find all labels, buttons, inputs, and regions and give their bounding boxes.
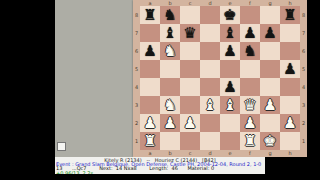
white-king-g1[interactable]: ♚ [260, 132, 280, 150]
rank-label-6: 6 [133, 42, 140, 60]
square-c4[interactable] [180, 78, 200, 96]
square-b8[interactable]: ♞ [160, 6, 180, 24]
rank-label-2: 2 [300, 114, 307, 132]
square-c8[interactable] [180, 6, 200, 24]
rank-label-7: 7 [300, 24, 307, 42]
square-c2[interactable]: ♟ [180, 114, 200, 132]
white-bishop-e3[interactable]: ♝ [220, 96, 240, 114]
square-f3[interactable]: ♛ [240, 96, 260, 114]
square-a1[interactable]: ♜ [140, 132, 160, 150]
white-pawn-g3[interactable]: ♟ [260, 96, 280, 114]
black-knight-f6[interactable]: ♞ [240, 42, 260, 60]
square-f4[interactable] [240, 78, 260, 96]
black-pawn-g7[interactable]: ♟ [260, 24, 280, 42]
rank-label-6: 6 [300, 42, 307, 60]
rank-label-4: 4 [300, 78, 307, 96]
square-d3[interactable]: ♝ [200, 96, 220, 114]
rank-label-3: 3 [300, 96, 307, 114]
square-a4[interactable] [140, 78, 160, 96]
square-d6[interactable] [200, 42, 220, 60]
square-e4[interactable]: ♟ [220, 78, 240, 96]
white-knight-b6[interactable]: ♞ [160, 42, 180, 60]
square-h7[interactable] [280, 24, 300, 42]
move-marker-box [57, 142, 66, 151]
square-g1[interactable]: ♚ [260, 132, 280, 150]
file-label-c: c [180, 150, 200, 157]
white-rook-a1[interactable]: ♜ [140, 132, 160, 150]
black-pawn-f7[interactable]: ♟ [240, 24, 260, 42]
white-queen-f3[interactable]: ♛ [240, 96, 260, 114]
square-f5[interactable] [240, 60, 260, 78]
white-bishop-d3[interactable]: ♝ [200, 96, 220, 114]
square-e3[interactable]: ♝ [220, 96, 240, 114]
square-e7[interactable]: ♝ [220, 24, 240, 42]
black-queen-c7[interactable]: ♛ [180, 24, 200, 42]
rank-label-1: 1 [300, 132, 307, 150]
square-b6[interactable]: ♞ [160, 42, 180, 60]
square-e6[interactable]: ♟ [220, 42, 240, 60]
square-a8[interactable]: ♜ [140, 6, 160, 24]
rank-label-5: 5 [300, 60, 307, 78]
square-c1[interactable] [180, 132, 200, 150]
square-h8[interactable]: ♜ [280, 6, 300, 24]
square-f1[interactable]: ♜ [240, 132, 260, 150]
white-knight-b3[interactable]: ♞ [160, 96, 180, 114]
white-pawn-h2[interactable]: ♟ [280, 114, 300, 132]
black-pawn-h5[interactable]: ♟ [280, 60, 300, 78]
rank-label-7: 7 [133, 24, 140, 42]
file-label-a: a [140, 150, 160, 157]
rank-label-8: 8 [133, 6, 140, 24]
rank-label-1: 1 [133, 132, 140, 150]
file-label-h: h [280, 150, 300, 157]
square-h4[interactable] [280, 78, 300, 96]
square-g7[interactable]: ♟ [260, 24, 280, 42]
square-b2[interactable]: ♟ [160, 114, 180, 132]
square-d2[interactable] [200, 114, 220, 132]
file-label-g: g [260, 150, 280, 157]
square-d8[interactable] [200, 6, 220, 24]
black-pawn-a6[interactable]: ♟ [140, 42, 160, 60]
square-g4[interactable] [260, 78, 280, 96]
square-a2[interactable]: ♟ [140, 114, 160, 132]
black-rook-a8[interactable]: ♜ [140, 6, 160, 24]
chess-board: abcdefgh 87654321 87654321 abcdefgh ♜♞♚♜… [133, 0, 307, 157]
black-pawn-e4[interactable]: ♟ [220, 78, 240, 96]
file-label-e: e [220, 150, 240, 157]
square-d7[interactable] [200, 24, 220, 42]
square-g2[interactable] [260, 114, 280, 132]
white-pawn-c2[interactable]: ♟ [180, 114, 200, 132]
rank-labels-right: 87654321 [300, 6, 307, 150]
square-b5[interactable] [160, 60, 180, 78]
rank-label-8: 8 [300, 6, 307, 24]
square-b3[interactable]: ♞ [160, 96, 180, 114]
black-pawn-e6[interactable]: ♟ [220, 42, 240, 60]
left-black-bar [0, 0, 55, 180]
file-label-f: f [240, 150, 260, 157]
black-bishop-b7[interactable]: ♝ [160, 24, 180, 42]
square-d1[interactable] [200, 132, 220, 150]
rank-label-4: 4 [133, 78, 140, 96]
square-e8[interactable]: ♚ [220, 6, 240, 24]
rank-label-3: 3 [133, 96, 140, 114]
square-f8[interactable] [240, 6, 260, 24]
square-c5[interactable] [180, 60, 200, 78]
square-f6[interactable]: ♞ [240, 42, 260, 60]
square-f7[interactable]: ♟ [240, 24, 260, 42]
square-h6[interactable] [280, 42, 300, 60]
black-rook-h8[interactable]: ♜ [280, 6, 300, 24]
square-h3[interactable] [280, 96, 300, 114]
black-knight-b8[interactable]: ♞ [160, 6, 180, 24]
white-pawn-a2[interactable]: ♟ [140, 114, 160, 132]
file-label-b: b [160, 150, 180, 157]
rank-label-5: 5 [133, 60, 140, 78]
board-squares: ♜♞♚♜♝♛♝♟♟♟♞♟♞♟♟♞♝♝♛♟♟♟♟♟♟♜♜♚ [140, 6, 300, 150]
white-pawn-b2[interactable]: ♟ [160, 114, 180, 132]
square-a3[interactable] [140, 96, 160, 114]
game-info-panel: Kitely R (2134) -- Houriez C (2144) [B42… [55, 157, 265, 174]
square-b1[interactable] [160, 132, 180, 150]
square-a7[interactable] [140, 24, 160, 42]
square-f2[interactable]: ♟ [240, 114, 260, 132]
square-h5[interactable]: ♟ [280, 60, 300, 78]
file-labels-bottom: abcdefgh [140, 150, 300, 157]
video-frame-column: abcdefgh 87654321 87654321 abcdefgh ♜♞♚♜… [55, 0, 265, 174]
white-pawn-f2[interactable]: ♟ [240, 114, 260, 132]
square-g8[interactable] [260, 6, 280, 24]
square-b7[interactable]: ♝ [160, 24, 180, 42]
square-e1[interactable] [220, 132, 240, 150]
square-c3[interactable] [180, 96, 200, 114]
square-b4[interactable] [160, 78, 180, 96]
black-king-e8[interactable]: ♚ [220, 6, 240, 24]
square-g5[interactable] [260, 60, 280, 78]
square-c7[interactable]: ♛ [180, 24, 200, 42]
square-h2[interactable]: ♟ [280, 114, 300, 132]
square-g3[interactable]: ♟ [260, 96, 280, 114]
square-d4[interactable] [200, 78, 220, 96]
bottom-black-bar [55, 174, 265, 180]
square-h1[interactable] [280, 132, 300, 150]
square-c6[interactable] [180, 42, 200, 60]
square-g6[interactable] [260, 42, 280, 60]
white-rook-f1[interactable]: ♜ [240, 132, 260, 150]
file-label-d: d [200, 150, 220, 157]
rank-labels-left: 87654321 [133, 6, 140, 150]
square-e5[interactable] [220, 60, 240, 78]
square-d5[interactable] [200, 60, 220, 78]
square-e2[interactable] [220, 114, 240, 132]
square-a6[interactable]: ♟ [140, 42, 160, 60]
rank-label-2: 2 [133, 114, 140, 132]
square-a5[interactable] [140, 60, 160, 78]
black-bishop-e7[interactable]: ♝ [220, 24, 240, 42]
